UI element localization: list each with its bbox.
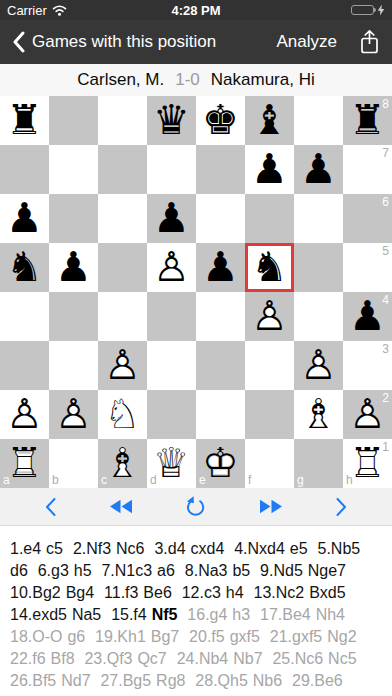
square-b7[interactable] [49, 145, 98, 194]
piece-bN: ♞ [0, 243, 49, 292]
piece-wR-outline: ♖ [343, 439, 392, 488]
file-label-f: f [248, 473, 251, 487]
rank-label-5: 5 [382, 244, 389, 258]
square-e1[interactable]: ♚♔e [196, 439, 245, 488]
piece-bB: ♝ [245, 96, 294, 145]
controls-bar [0, 488, 392, 526]
square-f1[interactable]: f [245, 439, 294, 488]
square-b8[interactable] [49, 96, 98, 145]
square-a8[interactable]: ♜ [0, 96, 49, 145]
piece-wB-outline: ♗ [98, 439, 147, 488]
piece-wB: ♝ [98, 439, 147, 488]
piece-bR: ♜ [0, 96, 49, 145]
rank-label-8: 8 [382, 97, 389, 111]
square-b6[interactable] [49, 194, 98, 243]
piece-wP-outline: ♙ [49, 390, 98, 439]
square-c5[interactable] [98, 243, 147, 292]
rewind-icon [109, 499, 133, 514]
square-c2[interactable]: ♞♘ [98, 390, 147, 439]
chevron-right-icon [335, 497, 348, 517]
square-h7[interactable]: 7 [343, 145, 392, 194]
file-label-g: g [297, 473, 304, 487]
square-a6[interactable]: ♟ [0, 194, 49, 243]
fast-rewind-button[interactable] [103, 497, 139, 516]
piece-wP-outline: ♙ [98, 341, 147, 390]
analyze-button[interactable]: Analyze [277, 32, 337, 52]
square-g7[interactable]: ♟ [294, 145, 343, 194]
piece-wP: ♟ [49, 390, 98, 439]
piece-wP-outline: ♙ [343, 390, 392, 439]
charging-bolt-icon [377, 4, 385, 16]
app-screen: Carrier 4:28 PM [0, 0, 392, 696]
square-c8[interactable] [98, 96, 147, 145]
piece-wR: ♜ [343, 439, 392, 488]
piece-bP: ♟ [245, 145, 294, 194]
rank-label-6: 6 [382, 195, 389, 209]
square-b1[interactable]: b [49, 439, 98, 488]
black-player-name: Nakamura, Hi [211, 70, 315, 90]
piece-wP: ♟ [343, 390, 392, 439]
share-button[interactable] [359, 29, 380, 55]
square-d7[interactable] [147, 145, 196, 194]
square-f8[interactable]: ♝ [245, 96, 294, 145]
square-h2[interactable]: ♟♙2 [343, 390, 392, 439]
square-c7[interactable] [98, 145, 147, 194]
square-f7[interactable]: ♟ [245, 145, 294, 194]
square-f3[interactable] [245, 341, 294, 390]
square-e2[interactable] [196, 390, 245, 439]
file-label-b: b [52, 473, 59, 487]
square-g8[interactable] [294, 96, 343, 145]
square-d2[interactable] [147, 390, 196, 439]
square-e3[interactable] [196, 341, 245, 390]
square-d4[interactable] [147, 292, 196, 341]
white-player-name: Carlsen, M. [77, 70, 164, 90]
square-b5[interactable]: ♟ [49, 243, 98, 292]
square-c6[interactable] [98, 194, 147, 243]
piece-bN: ♞ [245, 243, 294, 292]
square-h5[interactable]: 5 [343, 243, 392, 292]
prev-move-button[interactable] [38, 495, 63, 519]
share-icon [359, 29, 380, 55]
chevron-left-icon [44, 497, 57, 517]
square-d8[interactable]: ♛ [147, 96, 196, 145]
piece-wP-outline: ♙ [0, 390, 49, 439]
current-move: Nf5 [152, 606, 178, 623]
square-g1[interactable]: g [294, 439, 343, 488]
wifi-icon [52, 5, 67, 16]
piece-wP-outline: ♙ [147, 243, 196, 292]
rank-label-2: 2 [382, 391, 389, 405]
square-d6[interactable]: ♟ [147, 194, 196, 243]
piece-wQ: ♛ [147, 439, 196, 488]
file-label-e: e [199, 473, 206, 487]
piece-wK: ♚ [196, 439, 245, 488]
square-g6[interactable] [294, 194, 343, 243]
piece-wR: ♜ [0, 439, 49, 488]
back-chevron-icon [12, 31, 25, 53]
rank-label-7: 7 [382, 146, 389, 160]
reset-button[interactable] [178, 493, 213, 520]
game-header: Carlsen, M. 1-0 Nakamura, Hi [0, 64, 392, 96]
piece-wR-outline: ♖ [0, 439, 49, 488]
back-label: Games with this position [32, 32, 216, 52]
piece-wP-outline: ♙ [245, 292, 294, 341]
piece-wP: ♟ [245, 292, 294, 341]
piece-bK: ♚ [196, 96, 245, 145]
piece-wQ-outline: ♕ [147, 439, 196, 488]
square-c4[interactable] [98, 292, 147, 341]
fast-forward-icon [259, 499, 283, 514]
square-d5[interactable]: ♟♙ [147, 243, 196, 292]
square-e4[interactable] [196, 292, 245, 341]
piece-wB: ♝ [294, 390, 343, 439]
square-a7[interactable] [0, 145, 49, 194]
square-b3[interactable] [49, 341, 98, 390]
square-g5[interactable] [294, 243, 343, 292]
piece-wN: ♞ [98, 390, 147, 439]
square-g4[interactable] [294, 292, 343, 341]
square-e5[interactable]: ♟ [196, 243, 245, 292]
square-g3[interactable]: ♟♙ [294, 341, 343, 390]
piece-bP: ♟ [343, 292, 392, 341]
square-e6[interactable] [196, 194, 245, 243]
piece-bP: ♟ [0, 194, 49, 243]
piece-wP: ♟ [147, 243, 196, 292]
square-c1[interactable]: ♝♗c [98, 439, 147, 488]
piece-wK-outline: ♔ [196, 439, 245, 488]
piece-bP: ♟ [196, 243, 245, 292]
square-b2[interactable]: ♟♙ [49, 390, 98, 439]
rank-label-3: 3 [382, 342, 389, 356]
piece-bP: ♟ [49, 243, 98, 292]
square-b4[interactable] [49, 292, 98, 341]
square-a5[interactable]: ♞ [0, 243, 49, 292]
file-label-d: d [150, 473, 157, 487]
status-bar: Carrier 4:28 PM [0, 0, 392, 20]
rank-label-4: 4 [382, 293, 389, 307]
square-h4[interactable]: ♟4 [343, 292, 392, 341]
piece-wP: ♟ [294, 341, 343, 390]
next-move-button[interactable] [329, 495, 354, 519]
carrier-label: Carrier [7, 3, 47, 18]
file-label-a: a [3, 473, 10, 487]
square-d3[interactable] [147, 341, 196, 390]
square-f2[interactable] [245, 390, 294, 439]
piece-wB-outline: ♗ [294, 390, 343, 439]
piece-bP: ♟ [147, 194, 196, 243]
file-label-h: h [346, 473, 353, 487]
square-h1[interactable]: ♜♖1h [343, 439, 392, 488]
square-g2[interactable]: ♝♗ [294, 390, 343, 439]
piece-wP-outline: ♙ [294, 341, 343, 390]
square-a4[interactable] [0, 292, 49, 341]
square-f6[interactable] [245, 194, 294, 243]
square-h6[interactable]: 6 [343, 194, 392, 243]
piece-bR: ♜ [343, 96, 392, 145]
square-e7[interactable] [196, 145, 245, 194]
square-a3[interactable] [0, 341, 49, 390]
fast-forward-button[interactable] [253, 497, 289, 516]
result-label: 1-0 [175, 70, 200, 90]
square-d1[interactable]: ♛♕d [147, 439, 196, 488]
reset-icon [184, 495, 207, 518]
square-a1[interactable]: ♜♖a [0, 439, 49, 488]
square-f5[interactable]: ♞ [245, 243, 294, 292]
square-c3[interactable]: ♟♙ [98, 341, 147, 390]
file-label-c: c [101, 473, 107, 487]
piece-bQ: ♛ [147, 96, 196, 145]
back-button[interactable]: Games with this position [12, 31, 216, 53]
piece-wP: ♟ [0, 390, 49, 439]
square-f4[interactable]: ♟♙ [245, 292, 294, 341]
square-e8[interactable]: ♚ [196, 96, 245, 145]
piece-wN-outline: ♘ [98, 390, 147, 439]
piece-bP: ♟ [294, 145, 343, 194]
piece-wP: ♟ [98, 341, 147, 390]
square-h8[interactable]: ♜8 [343, 96, 392, 145]
square-h3[interactable]: 3 [343, 341, 392, 390]
rank-label-1: 1 [382, 440, 389, 454]
square-a2[interactable]: ♟♙ [0, 390, 49, 439]
nav-bar: Games with this position Analyze [0, 20, 392, 64]
battery-icon [351, 5, 374, 15]
move-list[interactable]: 1.e4 c5 2.Nf3 Nc6 3.d4 cxd4 4.Nxd4 e5 5.… [0, 526, 392, 696]
chess-board: ♜♛♚♝♜8♟♟7♟♟6♞♟♟♙♟♞5♟♙♟4♟♙♟♙3♟♙♟♙♞♘♝♗♟♙2♜… [0, 96, 392, 488]
